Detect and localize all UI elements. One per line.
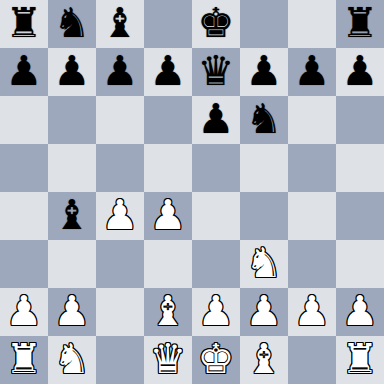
square-f7[interactable]: ♟ (240, 48, 288, 96)
black-pawn[interactable]: ♟ (144, 48, 192, 96)
white-bishop[interactable]: ♝ (144, 288, 192, 336)
white-pawn[interactable]: ♟ (48, 288, 96, 336)
white-rook[interactable]: ♜ (336, 336, 384, 384)
white-pawn[interactable]: ♟ (144, 192, 192, 240)
black-rook[interactable]: ♜ (336, 0, 384, 48)
black-knight[interactable]: ♞ (48, 0, 96, 48)
square-e5[interactable] (192, 144, 240, 192)
square-a7[interactable]: ♟ (0, 48, 48, 96)
square-d1[interactable]: ♛ (144, 336, 192, 384)
square-h4[interactable] (336, 192, 384, 240)
square-c6[interactable] (96, 96, 144, 144)
square-a3[interactable] (0, 240, 48, 288)
black-knight[interactable]: ♞ (240, 96, 288, 144)
square-a4[interactable] (0, 192, 48, 240)
black-pawn[interactable]: ♟ (0, 48, 48, 96)
square-g6[interactable] (288, 96, 336, 144)
square-a2[interactable]: ♟ (0, 288, 48, 336)
square-e2[interactable]: ♟ (192, 288, 240, 336)
square-a8[interactable]: ♜ (0, 0, 48, 48)
black-pawn[interactable]: ♟ (192, 96, 240, 144)
white-pawn[interactable]: ♟ (288, 288, 336, 336)
square-b8[interactable]: ♞ (48, 0, 96, 48)
square-d6[interactable] (144, 96, 192, 144)
square-a5[interactable] (0, 144, 48, 192)
black-pawn[interactable]: ♟ (96, 48, 144, 96)
square-g7[interactable]: ♟ (288, 48, 336, 96)
square-a1[interactable]: ♜ (0, 336, 48, 384)
white-knight[interactable]: ♞ (48, 336, 96, 384)
square-f4[interactable] (240, 192, 288, 240)
black-pawn[interactable]: ♟ (336, 48, 384, 96)
square-c8[interactable]: ♝ (96, 0, 144, 48)
square-g2[interactable]: ♟ (288, 288, 336, 336)
square-h2[interactable]: ♟ (336, 288, 384, 336)
square-d4[interactable]: ♟ (144, 192, 192, 240)
square-d5[interactable] (144, 144, 192, 192)
square-b3[interactable] (48, 240, 96, 288)
square-f1[interactable]: ♝ (240, 336, 288, 384)
square-b2[interactable]: ♟ (48, 288, 96, 336)
square-b1[interactable]: ♞ (48, 336, 96, 384)
square-h8[interactable]: ♜ (336, 0, 384, 48)
square-c1[interactable] (96, 336, 144, 384)
square-a6[interactable] (0, 96, 48, 144)
square-b7[interactable]: ♟ (48, 48, 96, 96)
square-g8[interactable] (288, 0, 336, 48)
square-f2[interactable]: ♟ (240, 288, 288, 336)
square-g1[interactable] (288, 336, 336, 384)
square-h3[interactable] (336, 240, 384, 288)
square-c4[interactable]: ♟ (96, 192, 144, 240)
black-bishop[interactable]: ♝ (96, 0, 144, 48)
black-pawn[interactable]: ♟ (240, 48, 288, 96)
square-b5[interactable] (48, 144, 96, 192)
square-d2[interactable]: ♝ (144, 288, 192, 336)
white-pawn[interactable]: ♟ (96, 192, 144, 240)
square-f8[interactable] (240, 0, 288, 48)
white-bishop[interactable]: ♝ (240, 336, 288, 384)
square-g4[interactable] (288, 192, 336, 240)
white-pawn[interactable]: ♟ (336, 288, 384, 336)
white-pawn[interactable]: ♟ (192, 288, 240, 336)
square-f3[interactable]: ♞ (240, 240, 288, 288)
square-d8[interactable] (144, 0, 192, 48)
black-pawn[interactable]: ♟ (48, 48, 96, 96)
square-e4[interactable] (192, 192, 240, 240)
white-knight[interactable]: ♞ (240, 240, 288, 288)
white-rook[interactable]: ♜ (0, 336, 48, 384)
square-h5[interactable] (336, 144, 384, 192)
white-king[interactable]: ♚ (192, 336, 240, 384)
square-h6[interactable] (336, 96, 384, 144)
square-b4[interactable]: ♝ (48, 192, 96, 240)
square-f6[interactable]: ♞ (240, 96, 288, 144)
chess-board: ♜♞♝♚♜♟♟♟♟♛♟♟♟♟♞♝♟♟♞♟♟♝♟♟♟♟♜♞♛♚♝♜ (0, 0, 384, 384)
square-c7[interactable]: ♟ (96, 48, 144, 96)
square-b6[interactable] (48, 96, 96, 144)
square-d3[interactable] (144, 240, 192, 288)
black-king[interactable]: ♚ (192, 0, 240, 48)
square-c2[interactable] (96, 288, 144, 336)
square-c3[interactable] (96, 240, 144, 288)
square-c5[interactable] (96, 144, 144, 192)
square-e1[interactable]: ♚ (192, 336, 240, 384)
black-queen[interactable]: ♛ (192, 48, 240, 96)
square-h1[interactable]: ♜ (336, 336, 384, 384)
black-rook[interactable]: ♜ (0, 0, 48, 48)
white-queen[interactable]: ♛ (144, 336, 192, 384)
square-g3[interactable] (288, 240, 336, 288)
white-pawn[interactable]: ♟ (240, 288, 288, 336)
black-pawn[interactable]: ♟ (288, 48, 336, 96)
square-h7[interactable]: ♟ (336, 48, 384, 96)
black-bishop[interactable]: ♝ (48, 192, 96, 240)
square-e6[interactable]: ♟ (192, 96, 240, 144)
square-e8[interactable]: ♚ (192, 0, 240, 48)
square-f5[interactable] (240, 144, 288, 192)
square-e7[interactable]: ♛ (192, 48, 240, 96)
white-pawn[interactable]: ♟ (0, 288, 48, 336)
square-d7[interactable]: ♟ (144, 48, 192, 96)
square-g5[interactable] (288, 144, 336, 192)
square-e3[interactable] (192, 240, 240, 288)
